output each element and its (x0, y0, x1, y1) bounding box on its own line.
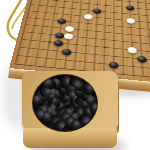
star-point (104, 4, 106, 6)
white-stone (126, 18, 135, 24)
black-stone (93, 8, 102, 14)
star-point (48, 41, 51, 43)
stone-bowl-tray (22, 71, 118, 149)
black-stone (55, 32, 65, 39)
white-stone (127, 47, 137, 54)
black-stone (53, 39, 63, 46)
star-point (103, 46, 106, 48)
black-stone (57, 18, 66, 24)
star-point (55, 0, 58, 1)
black-stone (126, 5, 134, 11)
go-photo-scene (0, 0, 150, 150)
white-stone (64, 33, 74, 40)
black-stone (137, 55, 147, 62)
white-stone (65, 26, 75, 32)
white-stone (84, 14, 93, 20)
black-stone (109, 61, 119, 69)
black-stone (62, 48, 72, 55)
bowl-opening (32, 74, 98, 132)
